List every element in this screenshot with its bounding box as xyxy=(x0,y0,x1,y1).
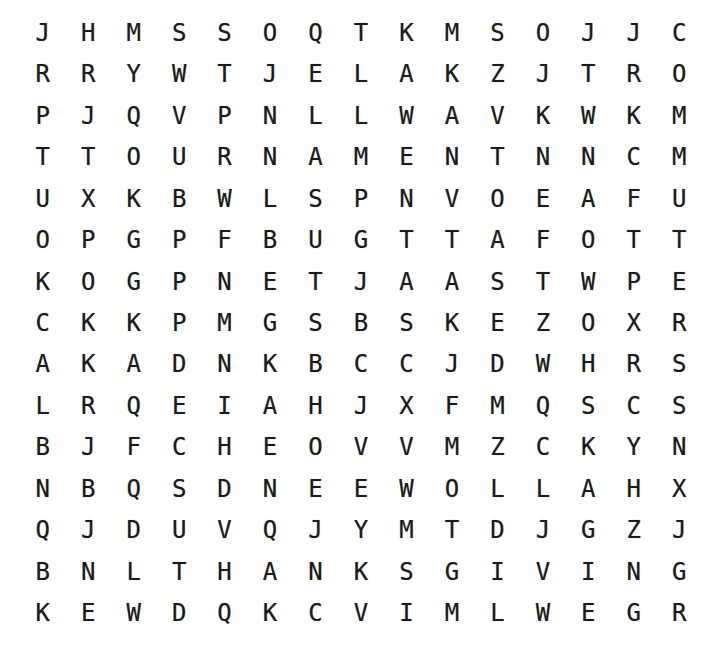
grid-cell[interactable]: O xyxy=(293,427,338,468)
grid-cell[interactable]: K xyxy=(338,551,383,592)
grid-cell[interactable]: J xyxy=(520,510,565,551)
grid-cell[interactable]: P xyxy=(338,178,383,219)
grid-cell[interactable]: N xyxy=(247,136,292,177)
grid-cell[interactable]: T xyxy=(520,261,565,302)
grid-cell[interactable]: K xyxy=(611,95,656,136)
grid-cell[interactable]: D xyxy=(202,468,247,509)
grid-cell[interactable]: Q xyxy=(202,593,247,634)
grid-cell[interactable]: V xyxy=(338,593,383,634)
grid-cell[interactable]: H xyxy=(293,385,338,426)
grid-cell[interactable]: T xyxy=(20,136,65,177)
grid-cell[interactable]: E xyxy=(566,593,611,634)
grid-cell[interactable]: T xyxy=(611,219,656,260)
grid-cell[interactable]: F xyxy=(202,219,247,260)
grid-cell[interactable]: E xyxy=(657,261,702,302)
grid-cell[interactable]: S xyxy=(657,385,702,426)
grid-cell[interactable]: H xyxy=(202,427,247,468)
grid-cell[interactable]: A xyxy=(384,53,429,94)
grid-cell[interactable]: W xyxy=(384,95,429,136)
grid-cell[interactable]: M xyxy=(429,427,474,468)
grid-cell[interactable]: M xyxy=(384,510,429,551)
grid-cell[interactable]: G xyxy=(429,551,474,592)
grid-cell[interactable]: X xyxy=(657,468,702,509)
grid-cell[interactable]: N xyxy=(202,261,247,302)
grid-cell[interactable]: Y xyxy=(611,427,656,468)
grid-cell[interactable]: M xyxy=(202,302,247,343)
grid-cell[interactable]: W xyxy=(520,593,565,634)
grid-cell[interactable]: W xyxy=(111,593,156,634)
grid-cell[interactable]: C xyxy=(520,427,565,468)
grid-cell[interactable]: N xyxy=(520,136,565,177)
grid-cell[interactable]: S xyxy=(475,261,520,302)
grid-cell[interactable]: M xyxy=(111,12,156,53)
grid-cell[interactable]: M xyxy=(338,136,383,177)
grid-cell[interactable]: A xyxy=(429,261,474,302)
grid-cell[interactable]: K xyxy=(247,344,292,385)
grid-cell[interactable]: A xyxy=(247,385,292,426)
grid-cell[interactable]: A xyxy=(293,136,338,177)
grid-cell[interactable]: Z xyxy=(520,302,565,343)
grid-cell[interactable]: O xyxy=(566,302,611,343)
grid-cell[interactable]: J xyxy=(65,510,110,551)
grid-cell[interactable]: U xyxy=(20,178,65,219)
grid-cell[interactable]: W xyxy=(520,344,565,385)
grid-cell[interactable]: Q xyxy=(247,510,292,551)
grid-cell[interactable]: T xyxy=(338,12,383,53)
grid-cell[interactable]: S xyxy=(475,12,520,53)
grid-cell[interactable]: Z xyxy=(475,53,520,94)
grid-cell[interactable]: O xyxy=(20,219,65,260)
grid-cell[interactable]: J xyxy=(657,510,702,551)
grid-cell[interactable]: L xyxy=(247,178,292,219)
grid-cell[interactable]: G xyxy=(338,219,383,260)
grid-cell[interactable]: H xyxy=(566,344,611,385)
grid-cell[interactable]: B xyxy=(20,551,65,592)
grid-cell[interactable]: K xyxy=(566,427,611,468)
grid-cell[interactable]: B xyxy=(20,427,65,468)
grid-cell[interactable]: M xyxy=(429,593,474,634)
grid-cell[interactable]: S xyxy=(156,468,201,509)
grid-cell[interactable]: L xyxy=(338,95,383,136)
grid-cell[interactable]: B xyxy=(247,219,292,260)
grid-cell[interactable]: G xyxy=(111,219,156,260)
grid-cell[interactable]: S xyxy=(293,178,338,219)
word-search-page: JHMSSOQTKMSOJJCRRYWTJELAKZJTROPJQVPNLLWA… xyxy=(0,0,721,648)
grid-cell[interactable]: B xyxy=(338,302,383,343)
grid-cell[interactable]: N xyxy=(20,468,65,509)
grid-cell[interactable]: C xyxy=(338,344,383,385)
grid-cell[interactable]: F xyxy=(429,385,474,426)
grid-cell[interactable]: K xyxy=(20,261,65,302)
grid-cell[interactable]: D xyxy=(111,510,156,551)
grid-cell[interactable]: K xyxy=(65,302,110,343)
grid-cell[interactable]: T xyxy=(65,136,110,177)
grid-cell[interactable]: T xyxy=(657,219,702,260)
grid-cell[interactable]: C xyxy=(20,302,65,343)
grid-cell[interactable]: N xyxy=(247,95,292,136)
grid-cell[interactable]: T xyxy=(566,53,611,94)
grid-cell[interactable]: D xyxy=(475,510,520,551)
grid-cell[interactable]: P xyxy=(156,302,201,343)
grid-cell[interactable]: R xyxy=(65,53,110,94)
grid-cell[interactable]: J xyxy=(20,12,65,53)
grid-cell[interactable]: T xyxy=(429,219,474,260)
grid-cell[interactable]: E xyxy=(520,178,565,219)
grid-cell[interactable]: G xyxy=(111,261,156,302)
grid-cell[interactable]: L xyxy=(293,95,338,136)
grid-cell[interactable]: T xyxy=(202,53,247,94)
grid-cell[interactable]: A xyxy=(247,551,292,592)
grid-cell[interactable]: V xyxy=(384,427,429,468)
grid-cell[interactable]: K xyxy=(111,302,156,343)
grid-cell[interactable]: D xyxy=(156,593,201,634)
grid-cell[interactable]: V xyxy=(429,178,474,219)
grid-cell[interactable]: J xyxy=(247,53,292,94)
grid-cell[interactable]: N xyxy=(384,178,429,219)
grid-cell[interactable]: I xyxy=(475,551,520,592)
grid-cell[interactable]: K xyxy=(65,344,110,385)
grid-cell[interactable]: P xyxy=(20,95,65,136)
grid-cell[interactable]: W xyxy=(566,261,611,302)
grid-cell[interactable]: S xyxy=(657,344,702,385)
grid-cell[interactable]: O xyxy=(111,136,156,177)
grid-cell[interactable]: C xyxy=(156,427,201,468)
grid-cell[interactable]: F xyxy=(520,219,565,260)
grid-cell[interactable]: N xyxy=(65,551,110,592)
grid-cell[interactable]: O xyxy=(65,261,110,302)
grid-cell[interactable]: U xyxy=(156,510,201,551)
grid-cell[interactable]: Q xyxy=(293,12,338,53)
grid-cell[interactable]: P xyxy=(156,261,201,302)
grid-cell[interactable]: Q xyxy=(520,385,565,426)
grid-cell[interactable]: E xyxy=(384,136,429,177)
grid-cell[interactable]: L xyxy=(338,53,383,94)
grid-cell[interactable]: B xyxy=(156,178,201,219)
grid-cell[interactable]: C xyxy=(611,385,656,426)
grid-cell[interactable]: R xyxy=(65,385,110,426)
grid-cell[interactable]: S xyxy=(566,385,611,426)
grid-cell[interactable]: A xyxy=(111,344,156,385)
grid-cell[interactable]: V xyxy=(475,95,520,136)
grid-cell[interactable]: V xyxy=(202,510,247,551)
grid-cell[interactable]: V xyxy=(156,95,201,136)
grid-cell[interactable]: E xyxy=(247,261,292,302)
grid-cell[interactable]: V xyxy=(338,427,383,468)
grid-cell[interactable]: N xyxy=(611,551,656,592)
grid-cell[interactable]: K xyxy=(429,53,474,94)
grid-cell[interactable]: J xyxy=(520,53,565,94)
grid-cell[interactable]: K xyxy=(20,593,65,634)
grid-cell[interactable]: Q xyxy=(111,385,156,426)
grid-cell[interactable]: I xyxy=(566,551,611,592)
grid-cell[interactable]: M xyxy=(657,95,702,136)
grid-cell[interactable]: E xyxy=(293,468,338,509)
grid-cell[interactable]: T xyxy=(429,510,474,551)
grid-cell[interactable]: L xyxy=(475,468,520,509)
grid-cell[interactable]: W xyxy=(156,53,201,94)
grid-cell[interactable]: R xyxy=(611,53,656,94)
grid-cell[interactable]: N xyxy=(293,551,338,592)
grid-cell[interactable]: R xyxy=(657,302,702,343)
grid-cell[interactable]: G xyxy=(566,510,611,551)
grid-cell[interactable]: R xyxy=(657,593,702,634)
grid-cell[interactable]: O xyxy=(566,219,611,260)
grid-cell[interactable]: H xyxy=(611,468,656,509)
grid-cell[interactable]: P xyxy=(156,219,201,260)
grid-cell[interactable]: S xyxy=(293,302,338,343)
grid-cell[interactable]: U xyxy=(293,219,338,260)
grid-cell[interactable]: O xyxy=(657,53,702,94)
grid-cell[interactable]: C xyxy=(657,12,702,53)
grid-cell[interactable]: D xyxy=(475,344,520,385)
grid-cell[interactable]: T xyxy=(156,551,201,592)
grid-cell[interactable]: A xyxy=(475,219,520,260)
grid-cell[interactable]: I xyxy=(202,385,247,426)
grid-cell[interactable]: O xyxy=(475,178,520,219)
grid-cell[interactable]: W xyxy=(566,95,611,136)
grid-cell[interactable]: E xyxy=(293,53,338,94)
grid-cell[interactable]: Y xyxy=(338,510,383,551)
grid-cell[interactable]: E xyxy=(475,302,520,343)
grid-cell[interactable]: J xyxy=(65,427,110,468)
grid-cell[interactable]: P xyxy=(202,95,247,136)
grid-cell[interactable]: W xyxy=(202,178,247,219)
grid-cell[interactable]: B xyxy=(65,468,110,509)
grid-cell[interactable]: A xyxy=(20,344,65,385)
grid-cell[interactable]: U xyxy=(657,178,702,219)
grid-cell[interactable]: W xyxy=(384,468,429,509)
grid-cell[interactable]: A xyxy=(384,261,429,302)
grid-cell[interactable]: E xyxy=(338,468,383,509)
grid-cell[interactable]: N xyxy=(657,427,702,468)
grid-cell[interactable]: J xyxy=(338,261,383,302)
grid-cell[interactable]: Y xyxy=(111,53,156,94)
grid-cell[interactable]: B xyxy=(293,344,338,385)
grid-cell[interactable]: I xyxy=(384,593,429,634)
grid-cell[interactable]: R xyxy=(20,53,65,94)
grid-cell[interactable]: Z xyxy=(475,427,520,468)
grid-cell[interactable]: J xyxy=(566,12,611,53)
grid-cell[interactable]: T xyxy=(475,136,520,177)
grid-cell[interactable]: O xyxy=(429,468,474,509)
word-search-grid: JHMSSOQTKMSOJJCRRYWTJELAKZJTROPJQVPNLLWA… xyxy=(20,12,702,634)
grid-cell[interactable]: A xyxy=(429,95,474,136)
grid-cell[interactable]: L xyxy=(111,551,156,592)
grid-cell[interactable]: C xyxy=(384,344,429,385)
grid-cell[interactable]: K xyxy=(111,178,156,219)
grid-cell[interactable]: E xyxy=(156,385,201,426)
grid-cell[interactable]: L xyxy=(20,385,65,426)
grid-cell[interactable]: P xyxy=(611,261,656,302)
grid-cell[interactable]: J xyxy=(429,344,474,385)
grid-cell[interactable]: E xyxy=(247,427,292,468)
grid-cell[interactable]: N xyxy=(429,136,474,177)
grid-cell[interactable]: L xyxy=(520,468,565,509)
grid-cell[interactable]: K xyxy=(429,302,474,343)
grid-cell[interactable]: U xyxy=(156,136,201,177)
grid-cell[interactable]: A xyxy=(566,468,611,509)
grid-cell[interactable]: N xyxy=(202,344,247,385)
grid-cell[interactable]: R xyxy=(611,344,656,385)
grid-cell[interactable]: S xyxy=(156,12,201,53)
grid-cell[interactable]: F xyxy=(611,178,656,219)
grid-cell[interactable]: P xyxy=(65,219,110,260)
grid-cell[interactable]: R xyxy=(202,136,247,177)
grid-cell[interactable]: X xyxy=(611,302,656,343)
grid-cell[interactable]: A xyxy=(566,178,611,219)
grid-cell[interactable]: X xyxy=(384,385,429,426)
grid-cell[interactable]: J xyxy=(338,385,383,426)
grid-cell[interactable]: Q xyxy=(20,510,65,551)
grid-cell[interactable]: N xyxy=(566,136,611,177)
grid-cell[interactable]: G xyxy=(247,302,292,343)
grid-cell[interactable]: S xyxy=(384,551,429,592)
grid-cell[interactable]: Q xyxy=(111,468,156,509)
grid-cell[interactable]: K xyxy=(520,95,565,136)
grid-cell[interactable]: J xyxy=(611,12,656,53)
grid-cell[interactable]: K xyxy=(247,593,292,634)
grid-cell[interactable]: M xyxy=(475,385,520,426)
grid-cell[interactable]: H xyxy=(202,551,247,592)
grid-cell[interactable]: C xyxy=(293,593,338,634)
grid-cell[interactable]: C xyxy=(611,136,656,177)
grid-cell[interactable]: J xyxy=(293,510,338,551)
grid-cell[interactable]: Z xyxy=(611,510,656,551)
grid-cell[interactable]: J xyxy=(65,95,110,136)
grid-cell[interactable]: G xyxy=(657,551,702,592)
grid-cell[interactable]: G xyxy=(611,593,656,634)
grid-cell[interactable]: S xyxy=(202,12,247,53)
grid-cell[interactable]: K xyxy=(384,12,429,53)
grid-cell[interactable]: L xyxy=(475,593,520,634)
grid-cell[interactable]: S xyxy=(384,302,429,343)
grid-cell[interactable]: M xyxy=(429,12,474,53)
grid-cell[interactable]: N xyxy=(247,468,292,509)
grid-cell[interactable]: O xyxy=(520,12,565,53)
grid-cell[interactable]: O xyxy=(247,12,292,53)
grid-cell[interactable]: T xyxy=(384,219,429,260)
grid-cell[interactable]: X xyxy=(65,178,110,219)
grid-cell[interactable]: Q xyxy=(111,95,156,136)
grid-cell[interactable]: M xyxy=(657,136,702,177)
grid-cell[interactable]: V xyxy=(520,551,565,592)
grid-cell[interactable]: E xyxy=(65,593,110,634)
grid-cell[interactable]: T xyxy=(293,261,338,302)
grid-cell[interactable]: F xyxy=(111,427,156,468)
grid-cell[interactable]: D xyxy=(156,344,201,385)
grid-cell[interactable]: H xyxy=(65,12,110,53)
